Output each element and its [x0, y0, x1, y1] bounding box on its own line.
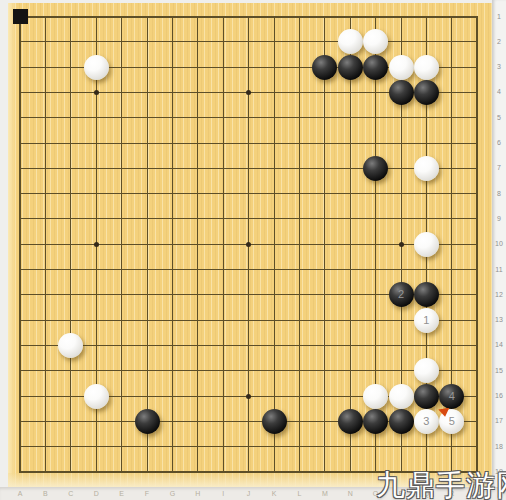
white-stone: [84, 55, 109, 80]
black-stone: [439, 384, 464, 409]
black-stone: [135, 409, 160, 434]
black-stone: [389, 80, 414, 105]
white-stone: [414, 308, 439, 333]
column-coordinate-label: L: [292, 488, 306, 499]
row-coordinate-label: 10: [492, 239, 506, 249]
black-stone: [363, 156, 388, 181]
grid-vline: [299, 16, 300, 473]
white-stone: [414, 358, 439, 383]
column-coordinate-label: C: [64, 488, 78, 499]
row-coordinate-label: 16: [492, 391, 506, 401]
row-coordinate-label: 9: [492, 214, 506, 224]
black-stone: [414, 384, 439, 409]
black-stone: [338, 409, 363, 434]
star-point: [246, 90, 251, 95]
column-coordinate-label: F: [140, 488, 154, 499]
board-edge-left: [8, 3, 17, 487]
star-point: [246, 242, 251, 247]
column-coordinate-label: E: [115, 488, 129, 499]
white-stone: [338, 29, 363, 54]
black-stone: [389, 282, 414, 307]
black-stone: [312, 55, 337, 80]
row-coordinate-label: 14: [492, 340, 506, 350]
white-stone: [414, 156, 439, 181]
black-stone: [389, 409, 414, 434]
star-point: [399, 242, 404, 247]
white-stone: [389, 384, 414, 409]
column-coordinate-label: M: [318, 488, 332, 499]
column-coordinate-label: G: [165, 488, 179, 499]
row-coordinate-label: 15: [492, 366, 506, 376]
column-coordinate-label: H: [191, 488, 205, 499]
star-point: [94, 90, 99, 95]
row-coordinate-label: 1: [492, 12, 506, 22]
white-stone: [84, 384, 109, 409]
row-coordinate-label: 2: [492, 37, 506, 47]
row-coordinate-label: 7: [492, 163, 506, 173]
white-stone: [414, 409, 439, 434]
grid-vline: [350, 16, 351, 473]
grid-vline: [324, 16, 325, 473]
column-coordinate-label: B: [38, 488, 52, 499]
black-stone: [363, 409, 388, 434]
column-coordinate-label: I: [216, 488, 230, 499]
row-coordinate-label: 11: [492, 265, 506, 275]
white-stone: [389, 55, 414, 80]
black-stone: [363, 55, 388, 80]
square-marker: [13, 9, 28, 24]
go-diagram: 12345 12345678910111213141516171819 ABCD…: [0, 0, 506, 500]
grid-hline: [19, 446, 478, 447]
white-stone: [414, 55, 439, 80]
grid-hline: [19, 370, 478, 371]
column-coordinate-label: D: [89, 488, 103, 499]
row-coordinate-label: 6: [492, 138, 506, 148]
white-stone: [363, 384, 388, 409]
row-coordinates: 12345678910111213141516171819: [492, 0, 506, 500]
grid-hline: [19, 269, 478, 270]
row-coordinate-label: 13: [492, 315, 506, 325]
row-coordinate-label: 18: [492, 442, 506, 452]
star-point: [246, 394, 251, 399]
star-point: [94, 242, 99, 247]
grid-vline: [476, 16, 478, 473]
grid-hline: [19, 320, 478, 321]
white-stone: [414, 232, 439, 257]
grid-hline: [19, 345, 478, 346]
row-coordinate-label: 4: [492, 87, 506, 97]
row-coordinate-label: 8: [492, 189, 506, 199]
column-coordinate-label: N: [343, 488, 357, 499]
row-coordinate-label: 12: [492, 290, 506, 300]
column-coordinate-label: K: [267, 488, 281, 499]
black-stone: [262, 409, 287, 434]
black-stone: [338, 55, 363, 80]
row-coordinate-label: 3: [492, 62, 506, 72]
grid-vline: [274, 16, 275, 473]
black-stone: [414, 80, 439, 105]
column-coordinate-label: J: [242, 488, 256, 499]
row-coordinate-label: 17: [492, 416, 506, 426]
row-coordinate-label: 5: [492, 113, 506, 123]
column-coordinate-label: A: [13, 488, 27, 499]
watermark-text: 九鼎手游网: [376, 466, 506, 500]
